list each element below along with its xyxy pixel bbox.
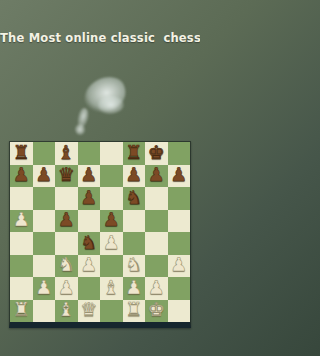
square-f4[interactable]	[123, 232, 146, 255]
square-c3[interactable]: ♞	[55, 255, 78, 278]
app-title: The Most online classic chess	[0, 31, 200, 45]
piece-white-pawn[interactable]: ♟	[35, 278, 52, 297]
piece-white-king[interactable]: ♚	[148, 300, 165, 319]
square-b2[interactable]: ♟	[33, 277, 56, 300]
piece-white-queen[interactable]: ♛	[80, 300, 97, 319]
square-h5[interactable]	[168, 210, 191, 233]
square-g2[interactable]: ♟	[145, 277, 168, 300]
piece-black-rook[interactable]: ♜	[13, 143, 30, 162]
square-d1[interactable]: ♛	[78, 300, 101, 323]
square-b8[interactable]	[33, 142, 56, 165]
square-a5[interactable]: ♟	[10, 210, 33, 233]
piece-white-rook[interactable]: ♜	[125, 300, 142, 319]
square-e6[interactable]	[100, 187, 123, 210]
piece-black-pawn[interactable]: ♟	[170, 165, 187, 184]
square-d3[interactable]: ♟	[78, 255, 101, 278]
square-g7[interactable]: ♟	[145, 165, 168, 188]
chess-board: ♜♝♜♚♟♟♛♟♟♟♟♟♞♟♟♟♞♟♞♟♞♟♟♟♝♟♟♜♝♛♜♚	[9, 141, 191, 328]
square-h3[interactable]: ♟	[168, 255, 191, 278]
piece-black-pawn[interactable]: ♟	[148, 165, 165, 184]
square-d4[interactable]: ♞	[78, 232, 101, 255]
square-c8[interactable]: ♝	[55, 142, 78, 165]
piece-white-pawn[interactable]: ♟	[148, 278, 165, 297]
piece-black-pawn[interactable]: ♟	[80, 165, 97, 184]
square-f2[interactable]: ♟	[123, 277, 146, 300]
square-d6[interactable]: ♟	[78, 187, 101, 210]
piece-white-pawn[interactable]: ♟	[103, 233, 120, 252]
square-c6[interactable]	[55, 187, 78, 210]
piece-black-pawn[interactable]: ♟	[103, 210, 120, 229]
square-c4[interactable]	[55, 232, 78, 255]
square-g5[interactable]	[145, 210, 168, 233]
smoke-blob-dot	[75, 124, 85, 135]
square-f1[interactable]: ♜	[123, 300, 146, 323]
square-e5[interactable]: ♟	[100, 210, 123, 233]
piece-black-king[interactable]: ♚	[148, 143, 165, 162]
square-e2[interactable]: ♝	[100, 277, 123, 300]
square-h8[interactable]	[168, 142, 191, 165]
square-c2[interactable]: ♟	[55, 277, 78, 300]
square-f5[interactable]	[123, 210, 146, 233]
piece-white-bishop[interactable]: ♝	[58, 300, 75, 319]
square-g6[interactable]	[145, 187, 168, 210]
piece-white-bishop[interactable]: ♝	[103, 278, 120, 297]
square-h1[interactable]	[168, 300, 191, 323]
piece-white-pawn[interactable]: ♟	[58, 278, 75, 297]
square-c1[interactable]: ♝	[55, 300, 78, 323]
piece-black-bishop[interactable]: ♝	[58, 143, 75, 162]
square-a2[interactable]	[10, 277, 33, 300]
piece-white-knight[interactable]: ♞	[125, 255, 142, 274]
piece-black-knight[interactable]: ♞	[125, 188, 142, 207]
square-a4[interactable]	[10, 232, 33, 255]
square-h4[interactable]	[168, 232, 191, 255]
square-e1[interactable]	[100, 300, 123, 323]
square-d5[interactable]	[78, 210, 101, 233]
square-b6[interactable]	[33, 187, 56, 210]
square-d7[interactable]: ♟	[78, 165, 101, 188]
square-d8[interactable]	[78, 142, 101, 165]
piece-white-rook[interactable]: ♜	[13, 300, 30, 319]
square-b5[interactable]	[33, 210, 56, 233]
square-h2[interactable]	[168, 277, 191, 300]
square-h6[interactable]	[168, 187, 191, 210]
square-f7[interactable]: ♟	[123, 165, 146, 188]
smoke-splash-icon	[70, 76, 130, 136]
square-a1[interactable]: ♜	[10, 300, 33, 323]
square-b7[interactable]: ♟	[33, 165, 56, 188]
piece-black-pawn[interactable]: ♟	[80, 188, 97, 207]
square-a8[interactable]: ♜	[10, 142, 33, 165]
piece-black-rook[interactable]: ♜	[125, 143, 142, 162]
piece-black-knight[interactable]: ♞	[80, 233, 97, 252]
piece-black-pawn[interactable]: ♟	[13, 165, 30, 184]
square-f6[interactable]: ♞	[123, 187, 146, 210]
piece-white-pawn[interactable]: ♟	[125, 278, 142, 297]
piece-white-pawn[interactable]: ♟	[13, 210, 30, 229]
square-a7[interactable]: ♟	[10, 165, 33, 188]
square-g3[interactable]	[145, 255, 168, 278]
piece-white-pawn[interactable]: ♟	[80, 255, 97, 274]
square-e3[interactable]	[100, 255, 123, 278]
piece-white-knight[interactable]: ♞	[58, 255, 75, 274]
piece-black-pawn[interactable]: ♟	[58, 210, 75, 229]
chess-board-grid: ♜♝♜♚♟♟♛♟♟♟♟♟♞♟♟♟♞♟♞♟♞♟♟♟♝♟♟♜♝♛♜♚	[10, 142, 190, 322]
square-g4[interactable]	[145, 232, 168, 255]
piece-black-pawn[interactable]: ♟	[35, 165, 52, 184]
square-f8[interactable]: ♜	[123, 142, 146, 165]
square-e8[interactable]	[100, 142, 123, 165]
square-g1[interactable]: ♚	[145, 300, 168, 323]
piece-white-pawn[interactable]: ♟	[170, 255, 187, 274]
smoke-blob-mid	[98, 96, 124, 114]
square-e4[interactable]: ♟	[100, 232, 123, 255]
square-a3[interactable]	[10, 255, 33, 278]
square-b1[interactable]	[33, 300, 56, 323]
square-g8[interactable]: ♚	[145, 142, 168, 165]
piece-black-queen[interactable]: ♛	[58, 165, 75, 184]
piece-black-pawn[interactable]: ♟	[125, 165, 142, 184]
square-b3[interactable]	[33, 255, 56, 278]
square-d2[interactable]	[78, 277, 101, 300]
square-a6[interactable]	[10, 187, 33, 210]
square-c7[interactable]: ♛	[55, 165, 78, 188]
square-b4[interactable]	[33, 232, 56, 255]
square-f3[interactable]: ♞	[123, 255, 146, 278]
square-c5[interactable]: ♟	[55, 210, 78, 233]
square-h7[interactable]: ♟	[168, 165, 191, 188]
square-e7[interactable]	[100, 165, 123, 188]
